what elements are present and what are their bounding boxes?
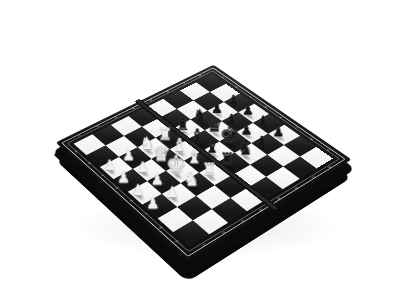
coordinate-label: g bbox=[309, 138, 314, 141]
coordinate-label: 4 bbox=[131, 107, 135, 110]
coordinate-label: g bbox=[158, 226, 163, 230]
coordinate-label: 4 bbox=[258, 208, 263, 211]
coordinate-label: a bbox=[74, 150, 79, 153]
coordinate-label: 8 bbox=[198, 74, 202, 76]
coordinate-label: c bbox=[100, 174, 105, 177]
coordinate-label: 8 bbox=[327, 165, 332, 168]
coordinate-label: d bbox=[114, 186, 119, 189]
coordinate-label: 1 bbox=[77, 134, 82, 137]
coordinate-label: 5 bbox=[149, 99, 153, 102]
coordinate-label: 3 bbox=[114, 116, 119, 119]
coordinate-label: b bbox=[234, 86, 238, 89]
coordinate-label: b bbox=[87, 162, 92, 165]
coordinate-label: f bbox=[294, 127, 298, 129]
coordinate-label: e bbox=[278, 116, 282, 119]
coordinate-label: d bbox=[263, 106, 267, 109]
coordinate-label: 1 bbox=[201, 243, 206, 247]
coordinate-label: c bbox=[249, 96, 253, 98]
coordinate-label: 2 bbox=[96, 125, 101, 128]
coordinate-label: 6 bbox=[166, 90, 170, 93]
product-photo: abcdefgh abcdefgh 87654321 87654321 ♟♟♟♟… bbox=[0, 0, 400, 300]
coordinate-label: 3 bbox=[240, 219, 245, 223]
coordinate-label: 7 bbox=[311, 176, 316, 179]
coordinate-label: 5 bbox=[276, 197, 281, 200]
piece-white-pawn[interactable]: ♟ bbox=[137, 195, 167, 210]
coordinate-label: h bbox=[174, 240, 179, 244]
case-clasp[interactable] bbox=[53, 149, 77, 167]
coordinate-label: h bbox=[326, 149, 331, 152]
coordinate-label: a bbox=[220, 76, 224, 78]
coordinate-label: 7 bbox=[182, 82, 186, 84]
coordinate-label: 2 bbox=[221, 231, 226, 235]
coordinate-label: f bbox=[144, 213, 148, 216]
coordinate-label: e bbox=[129, 199, 134, 202]
coordinate-label: 6 bbox=[294, 186, 299, 189]
